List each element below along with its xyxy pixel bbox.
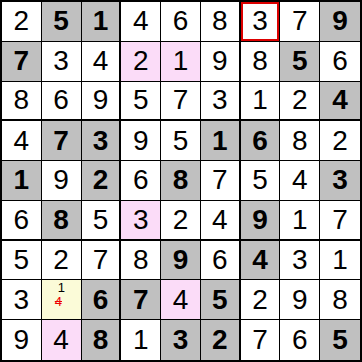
- cell-digit: 4: [173, 286, 189, 314]
- sudoku-cell-r2c2[interactable]: 3: [42, 42, 82, 82]
- sudoku-cell-r1c9[interactable]: 9: [320, 2, 360, 42]
- cell-digit: 2: [332, 127, 348, 155]
- cell-digit: 2: [212, 326, 228, 354]
- sudoku-cell-r1c3[interactable]: 1: [82, 2, 122, 42]
- cell-digit: 9: [332, 7, 348, 35]
- sudoku-cell-r5c8[interactable]: 4: [280, 161, 320, 201]
- sudoku-cell-r9c4[interactable]: 1: [121, 320, 161, 360]
- sudoku-cell-r6c7[interactable]: 9: [241, 201, 281, 241]
- sudoku-cell-r3c9[interactable]: 4: [320, 82, 360, 122]
- sudoku-cell-r9c2[interactable]: 4: [42, 320, 82, 360]
- cell-digit: 6: [14, 206, 30, 234]
- cell-digit: 5: [212, 286, 228, 314]
- sudoku-cell-r5c2[interactable]: 9: [42, 161, 82, 201]
- sudoku-cell-r2c3[interactable]: 4: [82, 42, 122, 82]
- cell-digit: 8: [53, 206, 69, 234]
- cell-digit: 9: [292, 286, 308, 314]
- cell-digit: 4: [332, 86, 348, 114]
- sudoku-cell-r8c8[interactable]: 9: [280, 280, 320, 320]
- sudoku-cell-r7c2[interactable]: 2: [42, 241, 82, 281]
- cell-digit: 2: [133, 47, 149, 75]
- cell-digit: 3: [93, 127, 109, 155]
- cell-digit: 2: [173, 206, 189, 234]
- sudoku-cell-r6c5[interactable]: 2: [161, 201, 201, 241]
- cell-digit: 1: [252, 86, 268, 114]
- sudoku-cell-r9c1[interactable]: 9: [2, 320, 42, 360]
- sudoku-cell-r1c7[interactable]: 3: [241, 2, 281, 42]
- cell-digit: 1: [212, 127, 228, 155]
- sudoku-cell-r4c3[interactable]: 3: [82, 121, 122, 161]
- cell-digit: 6: [332, 47, 348, 75]
- cell-digit: 4: [53, 326, 69, 354]
- cell-digit: 5: [332, 326, 348, 354]
- sudoku-cell-r7c3[interactable]: 7: [82, 241, 122, 281]
- cell-digit: 3: [212, 86, 228, 114]
- cell-digit: 4: [252, 246, 268, 274]
- sudoku-cell-r8c1[interactable]: 3: [2, 280, 42, 320]
- cell-digit: 3: [133, 206, 149, 234]
- cell-digit: 5: [292, 47, 308, 75]
- sudoku-cell-r2c1[interactable]: 7: [2, 42, 42, 82]
- cell-digit: 1: [14, 166, 30, 194]
- cell-digit: 2: [53, 246, 69, 274]
- sudoku-cell-r9c6[interactable]: 2: [201, 320, 241, 360]
- sudoku-cell-r1c6[interactable]: 8: [201, 2, 241, 42]
- sudoku-cell-r3c6[interactable]: 3: [201, 82, 241, 122]
- cell-digit: 4: [212, 206, 228, 234]
- sudoku-cell-r8c3[interactable]: 6: [82, 280, 122, 320]
- cell-digit: 6: [133, 166, 149, 194]
- sudoku-cell-r7c1[interactable]: 5: [2, 241, 42, 281]
- cell-digit: 3: [292, 246, 308, 274]
- cell-digit: 8: [252, 47, 268, 75]
- pencil-mark-1-candidate: 1: [58, 281, 65, 295]
- cell-digit: 6: [53, 86, 69, 114]
- cell-digit: 6: [212, 246, 228, 274]
- cell-digit: 2: [93, 166, 109, 194]
- sudoku-cell-r7c5[interactable]: 9: [161, 241, 201, 281]
- cell-digit: 3: [252, 7, 268, 35]
- sudoku-cell-r2c7[interactable]: 8: [241, 42, 281, 82]
- sudoku-cell-r3c2[interactable]: 6: [42, 82, 82, 122]
- cell-digit: 3: [53, 47, 69, 75]
- sudoku-cell-r2c4[interactable]: 2: [121, 42, 161, 82]
- sudoku-cell-r7c4[interactable]: 8: [121, 241, 161, 281]
- cell-digit: 7: [252, 326, 268, 354]
- sudoku-cell-r8c4[interactable]: 7: [121, 280, 161, 320]
- cell-digit: 2: [292, 86, 308, 114]
- cell-digit: 7: [292, 7, 308, 35]
- cell-digit: 8: [133, 246, 149, 274]
- sudoku-cell-r1c8[interactable]: 7: [280, 2, 320, 42]
- cell-digit: 8: [212, 7, 228, 35]
- sudoku-cell-r9c9[interactable]: 5: [320, 320, 360, 360]
- cell-digit: 3: [332, 166, 348, 194]
- sudoku-cell-r5c5[interactable]: 8: [161, 161, 201, 201]
- sudoku-cell-r8c9[interactable]: 8: [320, 280, 360, 320]
- sudoku-cell-r2c9[interactable]: 6: [320, 42, 360, 82]
- sudoku-cell-r3c8[interactable]: 2: [280, 82, 320, 122]
- cell-digit: 4: [292, 166, 308, 194]
- cell-digit: 1: [93, 7, 109, 35]
- sudoku-cell-r2c5[interactable]: 1: [161, 42, 201, 82]
- sudoku-cell-r5c1[interactable]: 1: [2, 161, 42, 201]
- sudoku-cell-r8c2[interactable]: 14: [42, 280, 82, 320]
- sudoku-cell-r9c7[interactable]: 7: [241, 320, 281, 360]
- cell-digit: 5: [252, 166, 268, 194]
- cell-digit: 9: [173, 246, 189, 274]
- sudoku-cell-r7c7[interactable]: 4: [241, 241, 281, 281]
- sudoku-cell-r7c6[interactable]: 6: [201, 241, 241, 281]
- sudoku-cell-r7c8[interactable]: 3: [280, 241, 320, 281]
- cell-digit: 9: [53, 166, 69, 194]
- sudoku-cell-r4c6[interactable]: 1: [201, 121, 241, 161]
- sudoku-cell-r6c2[interactable]: 8: [42, 201, 82, 241]
- sudoku-cell-r6c8[interactable]: 1: [280, 201, 320, 241]
- sudoku-cell-r6c1[interactable]: 6: [2, 201, 42, 241]
- cell-digit: 2: [14, 7, 30, 35]
- cell-digit: 4: [93, 47, 109, 75]
- cell-digit: 2: [252, 286, 268, 314]
- cell-digit: 3: [14, 286, 30, 314]
- sudoku-cell-r6c9[interactable]: 7: [320, 201, 360, 241]
- cell-digit: 6: [93, 286, 109, 314]
- cell-digit: 5: [14, 246, 30, 274]
- sudoku-cell-r5c4[interactable]: 6: [121, 161, 161, 201]
- sudoku-cell-r4c9[interactable]: 2: [320, 121, 360, 161]
- sudoku-cell-r5c6[interactable]: 7: [201, 161, 241, 201]
- cell-digit: 8: [332, 286, 348, 314]
- sudoku-board: 2514683797342198568695731244739516821926…: [0, 0, 362, 362]
- cell-digit: 7: [332, 206, 348, 234]
- sudoku-cell-r5c7[interactable]: 5: [241, 161, 281, 201]
- sudoku-cell-r9c8[interactable]: 6: [280, 320, 320, 360]
- cell-digit: 9: [212, 47, 228, 75]
- sudoku-cell-r1c2[interactable]: 5: [42, 2, 82, 42]
- cell-digit: 5: [93, 206, 109, 234]
- sudoku-cell-r1c4[interactable]: 4: [121, 2, 161, 42]
- cell-digit: 6: [173, 7, 189, 35]
- cell-digit: 3: [173, 326, 189, 354]
- cell-digit: 7: [173, 86, 189, 114]
- sudoku-cell-r3c3[interactable]: 9: [82, 82, 122, 122]
- cell-digit: 1: [173, 47, 189, 75]
- cell-digit: 4: [14, 127, 30, 155]
- cell-digit: 8: [292, 127, 308, 155]
- sudoku-cell-r1c5[interactable]: 6: [161, 2, 201, 42]
- sudoku-cell-r5c9[interactable]: 3: [320, 161, 360, 201]
- sudoku-cell-r2c6[interactable]: 9: [201, 42, 241, 82]
- sudoku-cell-r9c5[interactable]: 3: [161, 320, 201, 360]
- sudoku-cell-r1c1[interactable]: 2: [2, 2, 42, 42]
- sudoku-cell-r8c6[interactable]: 5: [201, 280, 241, 320]
- sudoku-cell-r2c8[interactable]: 5: [280, 42, 320, 82]
- sudoku-cell-r4c4[interactable]: 9: [121, 121, 161, 161]
- sudoku-cell-r8c7[interactable]: 2: [241, 280, 281, 320]
- cell-digit: 5: [173, 127, 189, 155]
- cell-digit: 8: [14, 86, 30, 114]
- sudoku-cell-r3c5[interactable]: 7: [161, 82, 201, 122]
- sudoku-cell-r5c3[interactable]: 2: [82, 161, 122, 201]
- cell-digit: 9: [93, 86, 109, 114]
- sudoku-cell-r3c7[interactable]: 1: [241, 82, 281, 122]
- sudoku-cell-r6c6[interactable]: 4: [201, 201, 241, 241]
- sudoku-cell-r4c7[interactable]: 6: [241, 121, 281, 161]
- cell-digit: 9: [14, 326, 30, 354]
- sudoku-cell-r6c4[interactable]: 3: [121, 201, 161, 241]
- cell-digit: 6: [252, 127, 268, 155]
- sudoku-cell-r7c9[interactable]: 1: [320, 241, 360, 281]
- cell-digit: 7: [53, 127, 69, 155]
- cell-digit: 7: [14, 47, 30, 75]
- sudoku-cell-r3c4[interactable]: 5: [121, 82, 161, 122]
- cell-digit: 7: [212, 166, 228, 194]
- cell-digit: 5: [53, 7, 69, 35]
- cell-digit: 9: [252, 206, 268, 234]
- pencil-mark-4-eliminated: 4: [55, 295, 62, 309]
- sudoku-cell-r3c1[interactable]: 8: [2, 82, 42, 122]
- cell-digit: 6: [292, 326, 308, 354]
- sudoku-cell-r4c8[interactable]: 8: [280, 121, 320, 161]
- cell-digit: 8: [173, 166, 189, 194]
- cell-digit: 4: [133, 7, 149, 35]
- sudoku-cell-r9c3[interactable]: 8: [82, 320, 122, 360]
- cell-digit: 1: [332, 246, 348, 274]
- cell-digit: 7: [93, 246, 109, 274]
- sudoku-cell-r6c3[interactable]: 5: [82, 201, 122, 241]
- cell-digit: 9: [133, 127, 149, 155]
- sudoku-cell-r4c5[interactable]: 5: [161, 121, 201, 161]
- cell-digit: 7: [133, 286, 149, 314]
- sudoku-cell-r4c1[interactable]: 4: [2, 121, 42, 161]
- cell-digit: 1: [133, 326, 149, 354]
- sudoku-cell-r4c2[interactable]: 7: [42, 121, 82, 161]
- cell-digit: 8: [93, 326, 109, 354]
- sudoku-cell-r8c5[interactable]: 4: [161, 280, 201, 320]
- cell-digit: 5: [133, 86, 149, 114]
- cell-digit: 1: [292, 206, 308, 234]
